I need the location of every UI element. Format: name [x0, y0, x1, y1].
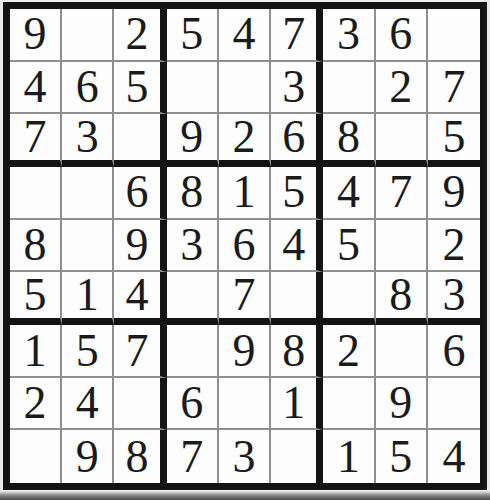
cell-r8c7[interactable] [323, 378, 375, 431]
cell-r5c9: 2 [428, 220, 480, 273]
cell-r5c8[interactable] [376, 220, 428, 273]
cell-r3c2: 3 [62, 114, 114, 167]
cell-r2c9: 7 [428, 62, 480, 115]
cell-r4c4: 8 [167, 167, 219, 220]
sudoku-board: 9254736465327739268568154798936452514783… [3, 2, 487, 490]
cell-r2c6: 3 [271, 62, 323, 115]
cell-r3c3[interactable] [114, 114, 166, 167]
cell-r9c3: 8 [114, 430, 166, 483]
cell-r8c3[interactable] [114, 378, 166, 431]
cell-r7c2: 5 [62, 325, 114, 378]
cell-r9c9: 4 [428, 430, 480, 483]
cell-r8c6: 1 [271, 378, 323, 431]
cell-r7c9: 6 [428, 325, 480, 378]
cell-r2c8: 2 [376, 62, 428, 115]
cell-r7c1: 1 [10, 325, 62, 378]
cell-r5c1: 8 [10, 220, 62, 273]
cell-r8c5[interactable] [219, 378, 271, 431]
scan-shadow [0, 491, 490, 500]
cell-r6c1: 5 [10, 272, 62, 325]
cell-r1c8: 6 [376, 9, 428, 62]
cell-r6c3: 4 [114, 272, 166, 325]
cell-r7c8[interactable] [376, 325, 428, 378]
cell-r9c5: 3 [219, 430, 271, 483]
cell-r8c4: 6 [167, 378, 219, 431]
cell-r7c7: 2 [323, 325, 375, 378]
cell-r2c1: 4 [10, 62, 62, 115]
cell-r7c6: 8 [271, 325, 323, 378]
cell-r2c7[interactable] [323, 62, 375, 115]
cell-r3c7: 8 [323, 114, 375, 167]
cell-r6c8: 8 [376, 272, 428, 325]
cell-r9c4: 7 [167, 430, 219, 483]
cell-r2c2: 6 [62, 62, 114, 115]
cell-r4c2[interactable] [62, 167, 114, 220]
cell-r4c7: 4 [323, 167, 375, 220]
cell-r9c1[interactable] [10, 430, 62, 483]
cell-r8c9[interactable] [428, 378, 480, 431]
cell-r4c6: 5 [271, 167, 323, 220]
cell-r5c3: 9 [114, 220, 166, 273]
cell-r6c2: 1 [62, 272, 114, 325]
cell-r1c4: 5 [167, 9, 219, 62]
cell-r5c5: 6 [219, 220, 271, 273]
cell-r1c3: 2 [114, 9, 166, 62]
cell-r9c8: 5 [376, 430, 428, 483]
cell-r1c5: 4 [219, 9, 271, 62]
cell-r3c6: 6 [271, 114, 323, 167]
cell-r3c8[interactable] [376, 114, 428, 167]
cell-r2c5[interactable] [219, 62, 271, 115]
cell-r3c5: 2 [219, 114, 271, 167]
cell-r8c8: 9 [376, 378, 428, 431]
cell-r8c1: 2 [10, 378, 62, 431]
cell-r6c6[interactable] [271, 272, 323, 325]
cell-r5c4: 3 [167, 220, 219, 273]
cell-r6c9: 3 [428, 272, 480, 325]
cell-r7c4[interactable] [167, 325, 219, 378]
cell-r2c3: 5 [114, 62, 166, 115]
cell-r1c1: 9 [10, 9, 62, 62]
cell-r4c3: 6 [114, 167, 166, 220]
cell-r1c2[interactable] [62, 9, 114, 62]
cell-r4c9: 9 [428, 167, 480, 220]
cell-r9c6[interactable] [271, 430, 323, 483]
cell-r7c5: 9 [219, 325, 271, 378]
cell-r4c8: 7 [376, 167, 428, 220]
cell-r9c7: 1 [323, 430, 375, 483]
cell-r4c5: 1 [219, 167, 271, 220]
cell-r6c5: 7 [219, 272, 271, 325]
cell-r9c2: 9 [62, 430, 114, 483]
cell-r2c4[interactable] [167, 62, 219, 115]
cell-r5c6: 4 [271, 220, 323, 273]
cell-r1c7: 3 [323, 9, 375, 62]
cell-r5c7: 5 [323, 220, 375, 273]
cell-r3c1: 7 [10, 114, 62, 167]
cell-r1c6: 7 [271, 9, 323, 62]
cell-r3c9: 5 [428, 114, 480, 167]
cell-r8c2: 4 [62, 378, 114, 431]
cell-r6c4[interactable] [167, 272, 219, 325]
cell-r4c1[interactable] [10, 167, 62, 220]
cell-r1c9[interactable] [428, 9, 480, 62]
cell-r5c2[interactable] [62, 220, 114, 273]
cell-r3c4: 9 [167, 114, 219, 167]
cell-r7c3: 7 [114, 325, 166, 378]
cell-r6c7[interactable] [323, 272, 375, 325]
